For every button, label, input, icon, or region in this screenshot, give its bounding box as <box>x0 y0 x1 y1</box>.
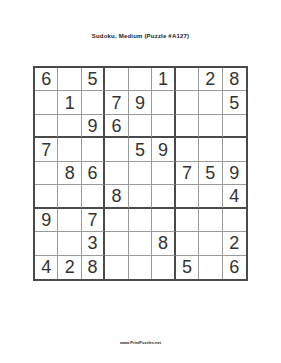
sudoku-cell-r2c8 <box>199 91 222 114</box>
sudoku-cell-r3c5 <box>129 115 152 138</box>
sudoku-cell-r8c4 <box>105 232 128 255</box>
footer-url: www.PrintPuzzles.net <box>0 340 281 345</box>
sudoku-cell-r1c7 <box>176 68 199 91</box>
sudoku-cell-r7c3: 7 <box>82 209 105 232</box>
sudoku-cell-r5c9: 9 <box>223 162 246 185</box>
sudoku-cell-r7c5 <box>129 209 152 232</box>
sudoku-cell-r9c7: 5 <box>176 256 199 279</box>
sudoku-cell-r9c3: 8 <box>82 256 105 279</box>
sudoku-cell-r6c7 <box>176 185 199 208</box>
sudoku-cell-r6c2 <box>58 185 81 208</box>
sudoku-cell-r3c9 <box>223 115 246 138</box>
sudoku-cell-r3c1 <box>35 115 58 138</box>
sudoku-cell-r7c1: 9 <box>35 209 58 232</box>
sudoku-cell-r7c7 <box>176 209 199 232</box>
sudoku-cell-r2c5: 9 <box>129 91 152 114</box>
sudoku-cell-r9c5 <box>129 256 152 279</box>
sudoku-cell-r6c9: 4 <box>223 185 246 208</box>
sudoku-cell-r1c5 <box>129 68 152 91</box>
sudoku-cell-r4c6: 9 <box>152 138 175 161</box>
sudoku-cell-r8c7 <box>176 232 199 255</box>
sudoku-cell-r9c6 <box>152 256 175 279</box>
sudoku-cell-r4c4 <box>105 138 128 161</box>
sudoku-cell-r1c1: 6 <box>35 68 58 91</box>
sudoku-cell-r2c6 <box>152 91 175 114</box>
sudoku-cell-r6c3 <box>82 185 105 208</box>
sudoku-cell-r4c5: 5 <box>129 138 152 161</box>
sudoku-cell-r1c3: 5 <box>82 68 105 91</box>
sudoku-cell-r6c5 <box>129 185 152 208</box>
sudoku-cell-r5c1 <box>35 162 58 185</box>
sudoku-cell-r2c3 <box>82 91 105 114</box>
sudoku-cell-r7c9 <box>223 209 246 232</box>
sudoku-cell-r3c8 <box>199 115 222 138</box>
sudoku-cell-r8c9: 2 <box>223 232 246 255</box>
sudoku-cell-r4c3 <box>82 138 105 161</box>
sudoku-cell-r1c6: 1 <box>152 68 175 91</box>
sudoku-cell-r8c2 <box>58 232 81 255</box>
sudoku-cell-r3c3: 9 <box>82 115 105 138</box>
sudoku-cell-r5c7: 7 <box>176 162 199 185</box>
sudoku-page: Sudoku, Medium (Puzzle #A127) 6512817959… <box>0 0 281 363</box>
sudoku-cell-r1c4 <box>105 68 128 91</box>
sudoku-cell-r5c3: 6 <box>82 162 105 185</box>
sudoku-cell-r2c9: 5 <box>223 91 246 114</box>
page-title: Sudoku, Medium (Puzzle #A127) <box>0 33 281 39</box>
sudoku-cell-r8c3: 3 <box>82 232 105 255</box>
sudoku-cell-r1c9: 8 <box>223 68 246 91</box>
sudoku-cell-r9c1: 4 <box>35 256 58 279</box>
sudoku-cell-r4c1: 7 <box>35 138 58 161</box>
sudoku-cell-r2c4: 7 <box>105 91 128 114</box>
sudoku-cell-r6c4: 8 <box>105 185 128 208</box>
sudoku-cell-r2c1 <box>35 91 58 114</box>
sudoku-cell-r9c4 <box>105 256 128 279</box>
sudoku-cell-r5c5 <box>129 162 152 185</box>
sudoku-cell-r6c1 <box>35 185 58 208</box>
sudoku-cell-r4c9 <box>223 138 246 161</box>
sudoku-cell-r7c2 <box>58 209 81 232</box>
sudoku-cell-r9c2: 2 <box>58 256 81 279</box>
sudoku-cell-r8c6: 8 <box>152 232 175 255</box>
sudoku-cell-r4c8 <box>199 138 222 161</box>
sudoku-cell-r4c2 <box>58 138 81 161</box>
sudoku-cell-r7c6 <box>152 209 175 232</box>
sudoku-cell-r4c7 <box>176 138 199 161</box>
sudoku-cell-r3c6 <box>152 115 175 138</box>
sudoku-cell-r3c2 <box>58 115 81 138</box>
sudoku-cell-r5c2: 8 <box>58 162 81 185</box>
sudoku-cell-r1c8: 2 <box>199 68 222 91</box>
sudoku-cell-r6c6 <box>152 185 175 208</box>
sudoku-cell-r2c7 <box>176 91 199 114</box>
sudoku-cell-r9c8 <box>199 256 222 279</box>
sudoku-cell-r1c2 <box>58 68 81 91</box>
sudoku-cell-r8c1 <box>35 232 58 255</box>
sudoku-cell-r2c2: 1 <box>58 91 81 114</box>
sudoku-cell-r5c6 <box>152 162 175 185</box>
sudoku-grid: 6512817959675986759849738242856 <box>33 66 248 281</box>
sudoku-cell-r7c8 <box>199 209 222 232</box>
sudoku-cell-r3c7 <box>176 115 199 138</box>
sudoku-cell-r3c4: 6 <box>105 115 128 138</box>
sudoku-cell-r6c8 <box>199 185 222 208</box>
sudoku-cell-r7c4 <box>105 209 128 232</box>
sudoku-cell-r5c8: 5 <box>199 162 222 185</box>
sudoku-cell-r8c5 <box>129 232 152 255</box>
sudoku-cell-r9c9: 6 <box>223 256 246 279</box>
sudoku-cell-r8c8 <box>199 232 222 255</box>
sudoku-cell-r5c4 <box>105 162 128 185</box>
